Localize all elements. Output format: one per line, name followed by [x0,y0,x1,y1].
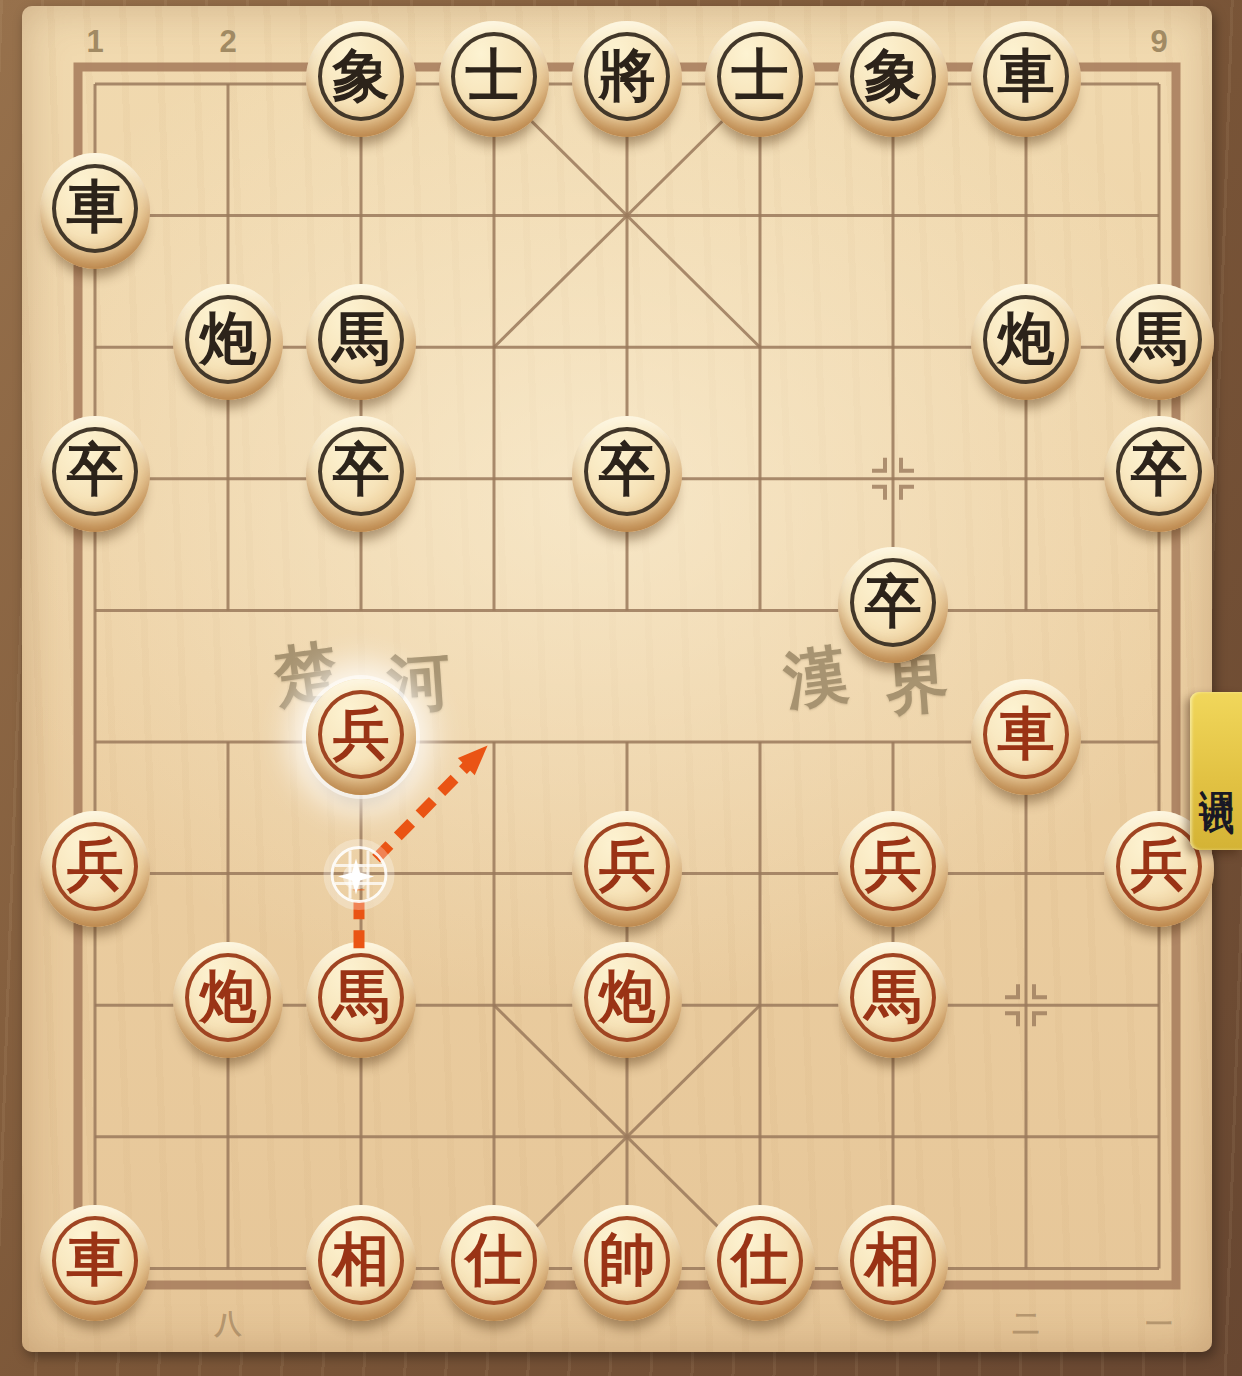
debug-tab[interactable]: 调试 [1190,692,1242,850]
xiangqi-app: 楚河漢界 129八二一 象士將士象車車炮馬炮馬卒卒卒卒卒兵車兵兵兵兵炮馬炮馬車相… [0,0,1242,1376]
move-hint-overlay [0,0,1242,1376]
debug-tab-label: 调试 [1193,762,1240,780]
